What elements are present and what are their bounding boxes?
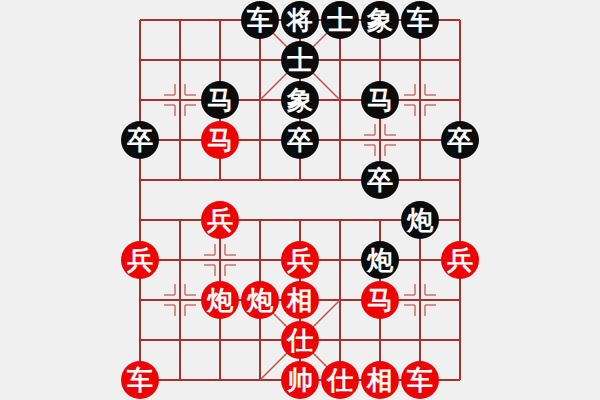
piece-black-cannon-left[interactable]: 炮 <box>361 241 399 279</box>
piece-black-advisor-right[interactable]: 士 <box>321 1 359 39</box>
piece-red-soldier-2[interactable]: 兵 <box>201 201 239 239</box>
piece-black-horse-left[interactable]: 马 <box>201 81 239 119</box>
piece-black-soldier-3[interactable]: 卒 <box>281 121 319 159</box>
piece-red-elephant-right[interactable]: 相 <box>361 361 399 399</box>
piece-red-soldier-3[interactable]: 兵 <box>281 241 319 279</box>
piece-red-horse-right[interactable]: 马 <box>361 281 399 319</box>
piece-red-cannon-left[interactable]: 炮 <box>201 281 239 319</box>
piece-black-soldier-5[interactable]: 卒 <box>441 121 479 159</box>
piece-black-elephant-left[interactable]: 象 <box>281 81 319 119</box>
piece-black-horse-right[interactable]: 马 <box>361 81 399 119</box>
piece-black-chariot-left[interactable]: 车 <box>241 1 279 39</box>
xiangqi-board: 车将士象车士马象马卒马卒卒卒兵炮兵兵炮兵炮炮相马仕车帅仕相车 <box>120 0 480 400</box>
piece-red-advisor-left[interactable]: 仕 <box>281 321 319 359</box>
piece-black-soldier-4[interactable]: 卒 <box>361 161 399 199</box>
piece-black-general[interactable]: 将 <box>281 1 319 39</box>
piece-black-soldier-1[interactable]: 卒 <box>121 121 159 159</box>
piece-red-chariot-left[interactable]: 车 <box>121 361 159 399</box>
piece-red-soldier-1[interactable]: 兵 <box>121 241 159 279</box>
piece-black-chariot-right[interactable]: 车 <box>401 1 439 39</box>
piece-black-cannon-right[interactable]: 炮 <box>401 201 439 239</box>
piece-black-elephant-right[interactable]: 象 <box>361 1 399 39</box>
piece-red-chariot-right[interactable]: 车 <box>401 361 439 399</box>
piece-red-general[interactable]: 帅 <box>281 361 319 399</box>
piece-red-horse-left[interactable]: 马 <box>201 121 239 159</box>
piece-red-advisor-right[interactable]: 仕 <box>321 361 359 399</box>
xiangqi-board-area: 车将士象车士马象马卒马卒卒卒兵炮兵兵炮兵炮炮相马仕车帅仕相车 <box>0 0 600 400</box>
piece-black-advisor-left[interactable]: 士 <box>281 41 319 79</box>
piece-red-elephant-left[interactable]: 相 <box>281 281 319 319</box>
piece-red-soldier-5[interactable]: 兵 <box>441 241 479 279</box>
piece-red-cannon-right[interactable]: 炮 <box>241 281 279 319</box>
